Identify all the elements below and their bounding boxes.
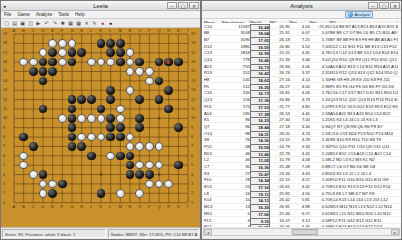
value-cell: 26.84 — [270, 64, 290, 69]
value-cell: 245 — [222, 90, 250, 95]
coord-bottom: L — [109, 205, 111, 209]
value-cell: 4.46 — [290, 224, 310, 227]
move-cell: F12 — [204, 218, 222, 223]
value-cell: 15.79 — [270, 157, 290, 162]
value-cell: 26.80 — [270, 44, 290, 49]
black-stone-M17 — [116, 48, 125, 57]
value-cell: 1.05 — [310, 177, 330, 182]
move-cell: M13 — [204, 204, 222, 209]
value-cell: 6.78 — [310, 50, 330, 55]
move-cell: A13 — [204, 64, 222, 69]
analysis-row-K5[interactable]: K59616.2327.407.001.25K5 K4 L4 J4 L5 J3 … — [202, 117, 401, 124]
pv-cell: B8 B9 C7 D7 B6 C6 B5 C5 B10 A9 D6 D13 — [330, 30, 398, 35]
value-cell: 25.91 — [270, 30, 290, 35]
coord-top: P — [148, 29, 151, 33]
white-stone-O15 — [135, 67, 144, 76]
analysis-row-L2[interactable]: L24611.0515.794.581.08L2 M2 L3 K2 M3 K1 … — [202, 157, 401, 164]
coord-left: 9 — [3, 126, 5, 130]
value-cell: 15 — [222, 197, 250, 202]
value-cell: 1.35 — [310, 144, 330, 149]
move-cell: M11 — [204, 211, 222, 216]
value-cell: 46 — [222, 151, 250, 156]
territory-icon[interactable]: ▩ — [75, 20, 82, 27]
toolbar: ▢▤▣◫▶↶↷✱▦▩✕✎●● — [1, 19, 200, 28]
minimize-button[interactable]: – — [167, 2, 177, 9]
pv-cell: C7 C6 D7 B6 D6 B8 D8 — [330, 164, 398, 169]
black-stone-S9 — [174, 123, 183, 132]
white-stone-M11 — [116, 105, 125, 114]
value-cell: 13 — [222, 204, 250, 209]
black-stone-Q12 — [155, 95, 164, 104]
white-stone-Q7 — [155, 142, 164, 151]
menu-file[interactable]: File — [1, 12, 14, 17]
coord-right: 6 — [191, 154, 193, 158]
value-cell: 778 — [222, 57, 250, 62]
coord-right: 19 — [191, 32, 195, 36]
value-cell: 46 — [222, 157, 250, 162]
value-cell: 26.81 — [270, 90, 290, 95]
white-stone-E18 — [48, 39, 57, 48]
coord-bottom: Q — [158, 205, 161, 209]
menu-help[interactable]: Help — [72, 12, 87, 17]
value-cell: 3.46 — [290, 57, 310, 62]
value-cell: 11587 — [222, 24, 250, 29]
move-cell: C14 — [204, 24, 222, 29]
move-cell: F13 — [204, 104, 222, 109]
black-stone-M9 — [116, 123, 125, 132]
pv-cell: M13 M12 N13 L13 N12 L12 N14 — [330, 204, 398, 209]
pv-cell: F5 E5 F4 G4 F6 G3 E6 F7 G5 D6 — [330, 84, 398, 89]
value-cell: 5 — [222, 211, 250, 216]
move-cell: L8 — [204, 191, 222, 196]
analysis-row-C7[interactable]: C73516.3625.487.090.88C7 C6 D7 B6 D6 B8 … — [202, 163, 401, 170]
value-cell: 26.81 — [270, 204, 290, 209]
coord-top: R — [167, 29, 170, 33]
analysis-toolbar: Analyze — [202, 11, 401, 19]
analysis-row-A13[interactable]: A1375516.7326.844.064.54A13 A12 B13 C14 … — [202, 63, 401, 70]
value-cell: 4.45 — [290, 111, 310, 116]
value-cell: 3.34 — [290, 144, 310, 149]
close-button[interactable]: ✕ — [189, 2, 199, 9]
analysis-row-R13[interactable]: R1355216.4226.743.372.55R13 R12 Q13 S13 … — [202, 70, 401, 77]
pass-black-icon[interactable]: ● — [107, 20, 114, 27]
value-cell: 7.00 — [290, 117, 310, 122]
value-cell: 2.55 — [310, 70, 330, 75]
move-cell: A14 — [204, 111, 222, 116]
black-stone-C15 — [29, 67, 38, 76]
coord-right: 1 — [191, 201, 193, 205]
coord-top: D — [42, 29, 45, 33]
black-stone-M16 — [116, 58, 125, 67]
analysis-row-O14[interactable]: O149814.3126.004.231.59O14 O13 N14 P13 N… — [202, 130, 401, 137]
last-move-mark — [167, 61, 170, 64]
white-stone-K10 — [97, 114, 106, 123]
coord-right: 5 — [191, 163, 193, 167]
coord-right: 11 — [191, 107, 195, 111]
open-icon[interactable]: ▤ — [11, 20, 18, 27]
menubar: FileGameAnalyzeToolsHelp — [1, 11, 200, 19]
value-cell: 226 — [222, 97, 250, 102]
move-cell: K3 — [204, 171, 222, 176]
coord-bottom: F — [61, 205, 63, 209]
white-stone-C16 — [29, 58, 38, 67]
black-stone-L17 — [106, 48, 115, 57]
save-icon[interactable]: ▣ — [19, 20, 26, 27]
value-cell: 0.61 — [310, 211, 330, 216]
coord-left: 14 — [3, 79, 7, 83]
analysis-row-K3[interactable]: K32715.4723.344.430.85K3 K2 L3 J2 L2 J4 … — [202, 170, 401, 177]
leela-window: ● Leela –▢✕ FileGameAnalyzeToolsHelp ▢▤▣… — [0, 0, 201, 240]
black-stone-L9 — [106, 123, 115, 132]
maximize-button[interactable]: ▢ — [178, 2, 188, 9]
value-cell: 2.96 — [310, 84, 330, 89]
value-cell: 3.37 — [290, 70, 310, 75]
value-cell: 4.00 — [290, 84, 310, 89]
analysis-row-B13[interactable]: B134613.4622.764.421.24B13 B12 C13 A13 C… — [202, 150, 401, 157]
value-cell: 1.58 — [310, 111, 330, 116]
analysis-row-F13[interactable]: F1317517.2325.774.801.07F13 F12 G13 G12 … — [202, 103, 401, 110]
value-cell: 5.07 — [310, 30, 330, 35]
value-cell: 1.59 — [310, 131, 330, 136]
black-stone-G12 — [68, 95, 77, 104]
analysis-row-C13[interactable]: C13185916.9925.554.456.78C13 C12 D13 B8 … — [202, 50, 401, 57]
value-cell: 96 — [222, 117, 250, 122]
pv-cell: F10 F11 G10 E10 G11 E11 G9 — [330, 177, 398, 182]
value-cell: 7.09 — [290, 164, 310, 169]
pv-cell: H8 G9 H9 J9 K9 J10 K8 F9 J11 — [330, 77, 398, 82]
horizontal-scrollbar[interactable]: ◂ ▸ — [203, 228, 400, 236]
analysis-row-Q7[interactable]: Q79618.4427.184.340.94Q7 R7 Q8 R8 Q6 R6 … — [202, 123, 401, 130]
white-stone-P15 — [145, 67, 154, 76]
value-cell: 4.88 — [290, 204, 310, 209]
value-cell: 76 — [222, 137, 250, 142]
analysis-row-D12[interactable]: D12198516.5926.804.527.00D12 C12 E11 F11… — [202, 43, 401, 50]
undo-icon[interactable]: ↶ — [43, 20, 50, 27]
pv-cell: L2 M2 L3 K2 M3 K1 N2 — [330, 157, 398, 162]
value-cell: 175 — [222, 104, 250, 109]
pv-cell: Q7 R7 Q8 R8 Q6 R6 P8 S7 — [330, 124, 398, 129]
move-cell: F10 — [204, 177, 222, 182]
value-cell: 4.54 — [310, 64, 330, 69]
move-cell: B13 — [204, 151, 222, 156]
value-cell: 4.06 — [290, 64, 310, 69]
analysis-row-L8[interactable]: L81615.1125.824.560.75L8 K8 L7 M8 K7 M7 … — [202, 190, 401, 197]
value-cell: 4.29 — [290, 137, 310, 142]
pv-cell: Q13 R12 Q12 Q14 R13 P13 R14 S13 — [330, 97, 398, 102]
black-stone-M6 — [116, 152, 125, 161]
black-stone-N4 — [126, 170, 135, 179]
analysis-row-S9[interactable]: S97614.3024.554.291.45S9 S10 R9 R10 T10 … — [202, 137, 401, 144]
value-cell: 185 — [222, 111, 250, 116]
pv-cell: B7 B9 B8 F9 E9 F8 H9 A8 A3 A5 F3 A10 A6 — [330, 37, 398, 42]
close-button[interactable]: ✕ — [390, 2, 400, 9]
redo-icon[interactable]: ↷ — [51, 20, 58, 27]
value-cell: 755 — [222, 64, 250, 69]
value-cell: 0.75 — [310, 191, 330, 196]
pass-red-icon[interactable]: ● — [99, 20, 106, 27]
coord-left: 16 — [3, 60, 7, 64]
black-stone-O4 — [135, 170, 144, 179]
value-cell: 545 — [222, 77, 250, 82]
white-stone-N13 — [126, 86, 135, 95]
value-cell: 0.70 — [310, 197, 330, 202]
value-cell: 98 — [222, 131, 250, 136]
pv-cell: C13 C12 D13 B8 D12 D14 B14 E14 C11 F13 — [330, 50, 398, 55]
scroll-left-arrow[interactable]: ◂ — [204, 229, 212, 235]
analysis-row-B7[interactable]: B7319017.6526.197.255.73B7 B9 B8 F9 E9 F… — [202, 36, 401, 43]
white-stone-C4 — [29, 170, 38, 179]
coord-top: B — [22, 29, 25, 33]
leela-titlebar[interactable]: ● Leela –▢✕ — [1, 1, 200, 11]
move-cell: B7 — [204, 37, 222, 42]
analysis-row-B8[interactable]: B8310818.0425.916.075.07B8 B9 C7 D7 B6 C… — [202, 30, 401, 37]
coord-left: 6 — [3, 154, 5, 158]
coord-left: 3 — [3, 182, 5, 186]
value-cell: 7.25 — [290, 37, 310, 42]
analysis-row-K14[interactable]: K141514.1326.425.810.70K14 K13 L14 J14 L… — [202, 197, 401, 204]
close-icon[interactable]: ✕ — [83, 20, 90, 27]
value-cell: 6.07 — [290, 30, 310, 35]
analysis-row-M13[interactable]: M131316.2626.814.880.62M13 M12 N13 L13 N… — [202, 204, 401, 211]
white-stone-P3 — [145, 180, 154, 189]
analyze-button[interactable]: Analyze — [345, 11, 373, 18]
pv-cell: L8 K8 L7 M8 K7 M7 K9 — [330, 191, 398, 196]
statusbar: Score: 83, Prisoners: white: 5 black: 1 … — [1, 227, 200, 239]
coord-left: 7 — [3, 144, 5, 148]
coord-bottom: M — [119, 205, 122, 209]
black-stone-E2 — [48, 189, 57, 198]
analysis-row-P10[interactable]: P104815.5924.793.341.35P10 Q10 P11 O10 Q… — [202, 143, 401, 150]
menu-tools[interactable]: Tools — [55, 12, 72, 17]
value-cell: 27 — [222, 171, 250, 176]
coord-bottom: G — [71, 205, 74, 209]
white-stone-P14 — [145, 77, 154, 86]
black-stone-H7 — [77, 142, 86, 151]
coord-right: 9 — [191, 126, 193, 130]
move-cell: D12 — [204, 44, 222, 49]
value-cell: 26.00 — [270, 131, 290, 136]
analysis-row-C16[interactable]: C1624516.7326.814.061.76C16 C17 D17 B17 … — [202, 90, 401, 97]
value-cell: 26.42 — [270, 197, 290, 202]
value-cell: 1.76 — [310, 90, 330, 95]
coord-top: K — [100, 29, 103, 33]
value-cell: 4.43 — [290, 171, 310, 176]
white-stone-P5 — [145, 161, 154, 170]
move-cell: Q7 — [204, 124, 222, 129]
minimize-button[interactable]: – — [368, 2, 378, 9]
coord-right: 7 — [191, 144, 193, 148]
white-stone-P7 — [145, 142, 154, 151]
value-cell: 0.75 — [310, 184, 330, 189]
black-stone-M18 — [116, 39, 125, 48]
analysis-row-C14[interactable]: C141158716.4426.904.0025.81C14 B8 B7 A13… — [202, 23, 401, 30]
value-cell: 4.23 — [290, 131, 310, 136]
move-cell: C13 — [204, 50, 222, 55]
value-cell: 26.19 — [270, 37, 290, 42]
coord-left: 13 — [3, 88, 7, 92]
analysis-titlebar[interactable]: Analysis –▢✕ — [202, 1, 401, 11]
black-stone-G10 — [68, 114, 77, 123]
white-stone-J8 — [87, 133, 96, 142]
coord-bottom: S — [177, 205, 180, 209]
coord-left: 11 — [3, 107, 7, 111]
black-stone-E17 — [48, 48, 57, 57]
menu-game[interactable]: Game — [14, 12, 33, 17]
black-stone-J6 — [87, 152, 96, 161]
move-cell: Q13 — [204, 97, 222, 102]
white-stone-O7 — [135, 142, 144, 151]
black-stone-L18 — [106, 39, 115, 48]
coord-top: E — [51, 29, 54, 33]
new-board-icon[interactable]: ▢ — [3, 20, 10, 27]
white-stone-J10 — [87, 114, 96, 123]
analysis-row-F12[interactable]: F1249.1516.073.130.58F12 F11 G12 E12 G11… — [202, 217, 401, 224]
settings-icon[interactable]: ✱ — [59, 20, 66, 27]
white-stone-F18 — [58, 39, 67, 48]
black-stone-K2 — [97, 189, 106, 198]
analysis-row-E14[interactable]: E14316.8526.064.460.43E14 E13 F14 D14 F1… — [202, 224, 401, 227]
value-cell: 25.81 — [310, 24, 330, 29]
move-cell: K5 — [204, 117, 222, 122]
coord-left: 17 — [3, 51, 7, 55]
value-cell: 25.77 — [270, 104, 290, 109]
coord-left: 5 — [3, 163, 5, 167]
value-cell: 16.85 — [250, 224, 270, 227]
white-stone-M2 — [116, 189, 125, 198]
white-stone-R3 — [164, 180, 173, 189]
value-cell: 4.34 — [290, 124, 310, 129]
pv-cell: O14 O13 N14 P13 N12 P14 M14 — [330, 131, 398, 136]
black-stone-L13 — [106, 86, 115, 95]
value-cell: 26.53 — [270, 111, 290, 116]
value-cell: 1.45 — [310, 137, 330, 142]
value-cell: 26.86 — [270, 97, 290, 102]
black-stone-G7 — [68, 142, 77, 151]
maximize-button[interactable]: ▢ — [379, 2, 389, 9]
app-icon: ● — [3, 3, 9, 9]
white-stone-H10 — [77, 114, 86, 123]
coord-right: 15 — [191, 69, 195, 73]
value-cell: 25.82 — [270, 191, 290, 196]
analysis-row-H8[interactable]: H854518.6227.164.141.34H8 G9 H9 J9 K9 J1… — [202, 77, 401, 84]
coord-top: O — [138, 29, 141, 33]
go-board[interactable]: AABBCCDDEEFFGGHHJJKKLLMMNNOOPPQQRRSSTT19… — [1, 28, 200, 233]
coord-bottom: T — [187, 205, 189, 209]
coord-bottom: H — [80, 205, 83, 209]
value-cell: 4.56 — [290, 191, 310, 196]
coord-left: 19 — [3, 32, 7, 36]
value-cell: 22.76 — [270, 151, 290, 156]
coord-top: C — [32, 29, 35, 33]
black-stone-M8 — [116, 133, 125, 142]
value-cell: 552 — [222, 70, 250, 75]
value-cell: 26.61 — [270, 184, 290, 189]
coord-top: J — [90, 29, 92, 33]
black-stone-O10 — [135, 114, 144, 123]
menu-analyze[interactable]: Analyze — [33, 12, 55, 17]
coord-left: 10 — [3, 116, 7, 120]
black-stone-L10 — [106, 114, 115, 123]
move-cell: E14 — [204, 224, 222, 227]
value-cell: 4.14 — [290, 77, 310, 82]
move-cell: F5 — [204, 84, 222, 89]
pv-cell: K5 K4 L4 J4 L5 J3 K6 L3 — [330, 117, 398, 122]
analysis-row-M11[interactable]: M11517.0625.466.570.61M11 L11 N11 M10 N1… — [202, 210, 401, 217]
value-cell: 0.94 — [310, 124, 330, 129]
coord-bottom: E — [51, 205, 54, 209]
value-cell: 29 — [222, 177, 250, 182]
value-cell: 1.34 — [310, 77, 330, 82]
value-cell: 4.06 — [290, 90, 310, 95]
black-stone-H12 — [77, 95, 86, 104]
edit-icon[interactable]: ✎ — [91, 20, 98, 27]
white-stone-G18 — [68, 39, 77, 48]
coord-bottom: D — [42, 205, 45, 209]
analyze-icon — [348, 12, 353, 17]
white-stone-L6 — [106, 152, 115, 161]
coord-bottom: N — [129, 205, 132, 209]
play-icon[interactable]: ▶ — [35, 20, 42, 27]
coord-top: T — [187, 29, 189, 33]
analysis-row-F10[interactable]: F102914.2422.154.571.05F10 F11 G10 E10 G… — [202, 177, 401, 184]
move-cell: P10 — [204, 144, 222, 149]
coord-top: G — [71, 29, 74, 33]
coord-right: 18 — [191, 41, 195, 45]
white-stone-J16 — [87, 58, 96, 67]
white-stone-N7 — [126, 142, 135, 151]
coord-left: 18 — [3, 41, 7, 45]
black-stone-D4 — [39, 170, 48, 179]
value-cell: 1.20 — [310, 97, 330, 102]
coord-bottom: O — [138, 205, 141, 209]
value-cell: 1985 — [222, 44, 250, 49]
value-cell: 26.27 — [270, 84, 290, 89]
black-stone-E15 — [48, 67, 57, 76]
coord-top: F — [61, 29, 63, 33]
value-cell: 27.40 — [270, 117, 290, 122]
scroll-right-arrow[interactable]: ▸ — [391, 229, 399, 235]
white-stone-D2 — [39, 189, 48, 198]
analysis-row-F5[interactable]: F551216.2526.274.002.96F5 E5 F4 G4 F6 G3… — [202, 83, 401, 90]
value-cell: 3 — [222, 224, 250, 227]
coord-top: H — [80, 29, 83, 33]
value-cell: 0.62 — [310, 204, 330, 209]
analysis-row-Q13[interactable]: Q1322617.3926.864.731.20Q13 R12 Q12 Q14 … — [202, 97, 401, 104]
move-cell: C16 — [204, 90, 222, 95]
value-cell: 4.42 — [290, 184, 310, 189]
score-icon[interactable]: ▦ — [67, 20, 74, 27]
coord-bottom: R — [167, 205, 170, 209]
coord-bottom: P — [148, 205, 151, 209]
coord-bottom: C — [32, 205, 35, 209]
analysis-row-Q10[interactable]: Q1077816.4625.333.463.02Q10 R10 Q9 R9 Q1… — [202, 56, 401, 63]
analysis-row-E13[interactable]: E132517.1626.614.420.75E13 E12 F13 D13 F… — [202, 184, 401, 191]
black-stone-F3 — [58, 180, 67, 189]
analysis-row-A14[interactable]: A1418517.2826.534.451.58A14 A12 B13 A13 … — [202, 110, 401, 117]
value-cell: 5.81 — [290, 197, 310, 202]
value-cell: 4.80 — [290, 104, 310, 109]
black-stone-H17 — [77, 48, 86, 57]
scroll-thumb[interactable] — [292, 229, 318, 235]
value-cell: 1.24 — [310, 151, 330, 156]
move-cell: K14 — [204, 197, 222, 202]
save-as-icon[interactable]: ◫ — [27, 20, 34, 27]
value-cell: 4.58 — [290, 157, 310, 162]
pv-cell: P10 Q10 P11 O10 Q9 O11 Q11 — [330, 144, 398, 149]
black-stone-S5 — [174, 161, 183, 170]
value-cell: 23.34 — [270, 171, 290, 176]
coord-right: 17 — [191, 51, 195, 55]
